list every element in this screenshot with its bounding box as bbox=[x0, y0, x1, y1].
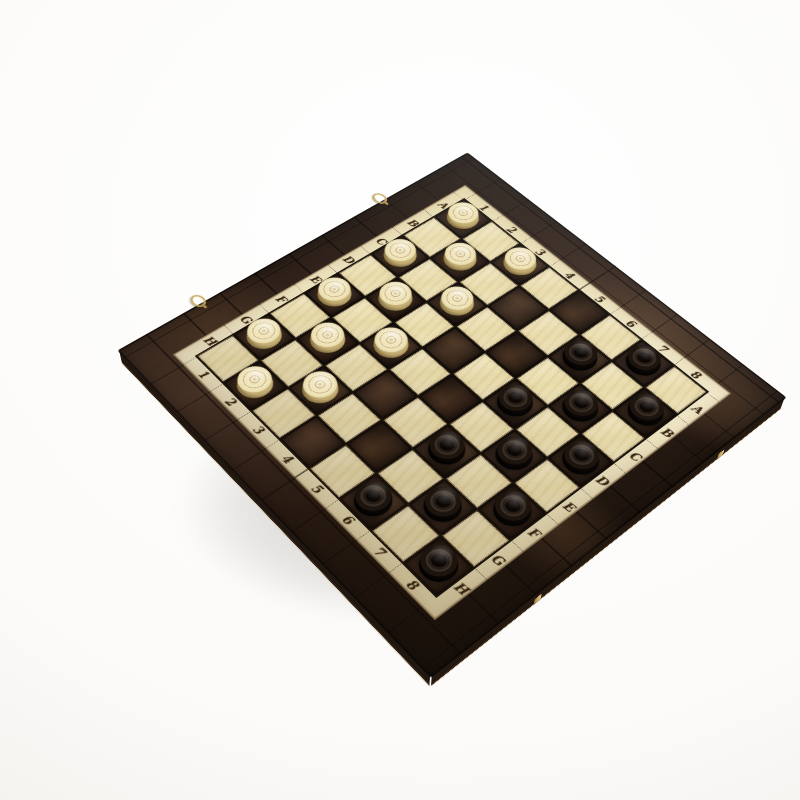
rank-label-sw-1-text: 1 bbox=[196, 368, 212, 380]
rank-label-ne-8-text: 8 bbox=[689, 369, 703, 381]
rank-label-sw-7-text: 7 bbox=[372, 544, 389, 558]
rank-label-ne-5-text: 5 bbox=[593, 294, 607, 305]
file-label-nw-b: B bbox=[392, 209, 434, 236]
photo-scene: 1122334455667788AABBCCDDEEFFGGHH bbox=[0, 0, 800, 800]
rank-label-ne-4-text: 4 bbox=[563, 270, 577, 280]
rank-label-ne-3-text: 3 bbox=[534, 247, 548, 257]
file-label-se-a: A bbox=[676, 392, 720, 426]
file-label-se-d-text: D bbox=[594, 473, 611, 488]
rank-label-ne-6-text: 6 bbox=[624, 318, 638, 329]
rank-label-ne-8: 8 bbox=[673, 357, 719, 392]
file-label-se-c-text: C bbox=[627, 449, 643, 463]
rank-label-sw-6-text: 6 bbox=[340, 513, 357, 527]
file-label-nw-f-text: F bbox=[274, 294, 289, 305]
rank-label-ne-2-text: 2 bbox=[505, 225, 519, 235]
file-label-nw-b-text: B bbox=[405, 217, 420, 228]
rank-label-ne-1-text: 1 bbox=[477, 203, 490, 212]
file-label-nw-d: D bbox=[327, 245, 371, 274]
file-label-se-c: C bbox=[612, 438, 658, 474]
rank-label-ne-6: 6 bbox=[609, 307, 653, 340]
rank-label-sw-5-text: 5 bbox=[309, 482, 326, 496]
file-label-se-a-text: A bbox=[690, 402, 706, 415]
rank-label-sw-8-text: 8 bbox=[404, 577, 421, 592]
file-label-nw-d-text: D bbox=[341, 254, 357, 265]
file-label-se-e-text: E bbox=[561, 499, 578, 513]
file-label-se-h-text: H bbox=[451, 579, 471, 596]
rank-label-sw-4-text: 4 bbox=[280, 452, 296, 465]
file-label-nw-h-text: H bbox=[201, 334, 219, 347]
file-label-se-f-text: F bbox=[526, 526, 542, 540]
rank-label-sw-2-text: 2 bbox=[223, 395, 239, 407]
file-label-nw-h: H bbox=[187, 325, 235, 357]
file-label-se-g-text: G bbox=[489, 552, 507, 568]
rank-label-sw-3-text: 3 bbox=[251, 423, 267, 436]
file-label-se-b-text: B bbox=[659, 425, 676, 439]
